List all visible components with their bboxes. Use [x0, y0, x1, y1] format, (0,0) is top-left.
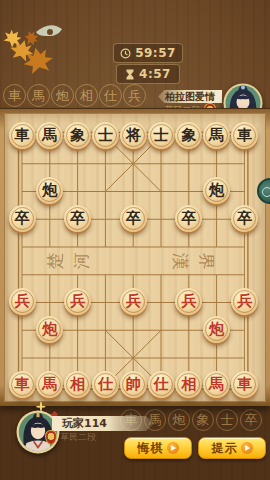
piece-black-車[interactable]: 車 [9, 122, 36, 149]
piece-red-兵[interactable]: 兵 [64, 288, 91, 315]
piece-black-卒[interactable]: 卒 [120, 205, 147, 232]
hint-button-label: 提示 [212, 440, 238, 457]
piece-red-炮[interactable]: 炮 [36, 316, 63, 343]
piece-red-兵[interactable]: 兵 [120, 288, 147, 315]
piece-red-馬[interactable]: 馬 [36, 371, 63, 398]
piece-black-象[interactable]: 象 [175, 122, 202, 149]
player-rank: 草民二段 [45, 430, 96, 445]
piece-black-卒[interactable]: 卒 [231, 205, 258, 232]
player-name: 玩家114 [62, 416, 107, 431]
xiangqi-game-screen: 59:57 4:57 車馬炮相仕兵 車馬炮象士卒 柏拉图爱情 草民二段 [0, 0, 270, 480]
hint-button[interactable]: 提示 [198, 437, 266, 459]
piece-red-仕[interactable]: 仕 [92, 371, 119, 398]
piece-black-将[interactable]: 将 [120, 122, 147, 149]
piece-red-馬[interactable]: 馬 [203, 371, 230, 398]
piece-red-相[interactable]: 相 [64, 371, 91, 398]
piece-black-卒[interactable]: 卒 [9, 205, 36, 232]
piece-black-馬[interactable]: 馬 [36, 122, 63, 149]
rank-badge-icon [45, 430, 57, 445]
piece-red-車[interactable]: 車 [231, 371, 258, 398]
piece-black-卒[interactable]: 卒 [175, 205, 202, 232]
piece-red-兵[interactable]: 兵 [175, 288, 202, 315]
piece-black-炮[interactable]: 炮 [36, 177, 63, 204]
piece-black-象[interactable]: 象 [64, 122, 91, 149]
piece-red-炮[interactable]: 炮 [203, 316, 230, 343]
piece-black-馬[interactable]: 馬 [203, 122, 230, 149]
player-rank-label: 草民二段 [60, 431, 96, 444]
undo-button-label: 悔棋 [138, 440, 164, 457]
undo-move-button[interactable]: 悔棋 [124, 437, 192, 459]
piece-black-卒[interactable]: 卒 [64, 205, 91, 232]
player-name-plate: 玩家114 [52, 416, 154, 431]
piece-red-兵[interactable]: 兵 [231, 288, 258, 315]
play-icon [167, 442, 179, 454]
piece-red-車[interactable]: 車 [9, 371, 36, 398]
piece-red-帥[interactable]: 帥 [120, 371, 147, 398]
piece-red-兵[interactable]: 兵 [9, 288, 36, 315]
piece-black-炮[interactable]: 炮 [203, 177, 230, 204]
piece-black-士[interactable]: 士 [148, 122, 175, 149]
play-icon [241, 442, 253, 454]
piece-red-相[interactable]: 相 [175, 371, 202, 398]
piece-black-士[interactable]: 士 [92, 122, 119, 149]
piece-red-仕[interactable]: 仕 [148, 371, 175, 398]
piece-black-車[interactable]: 車 [231, 122, 258, 149]
